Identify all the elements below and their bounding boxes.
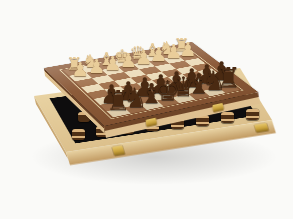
brass-hinge xyxy=(212,103,223,112)
stored-checker-piece xyxy=(72,129,85,140)
chess-set-photo: ♜♞♝♚♛♝♞♜♟♟♟♟♟♟♟♟♟♟♟♟♟♟♟♟♜♞♝♚♛♝♞♜ xyxy=(0,0,293,219)
stored-checker-piece xyxy=(221,112,234,123)
brass-clasp xyxy=(112,146,125,156)
brass-hinge xyxy=(146,118,157,127)
stored-checker-piece xyxy=(246,109,259,120)
brass-hinge xyxy=(254,123,269,133)
